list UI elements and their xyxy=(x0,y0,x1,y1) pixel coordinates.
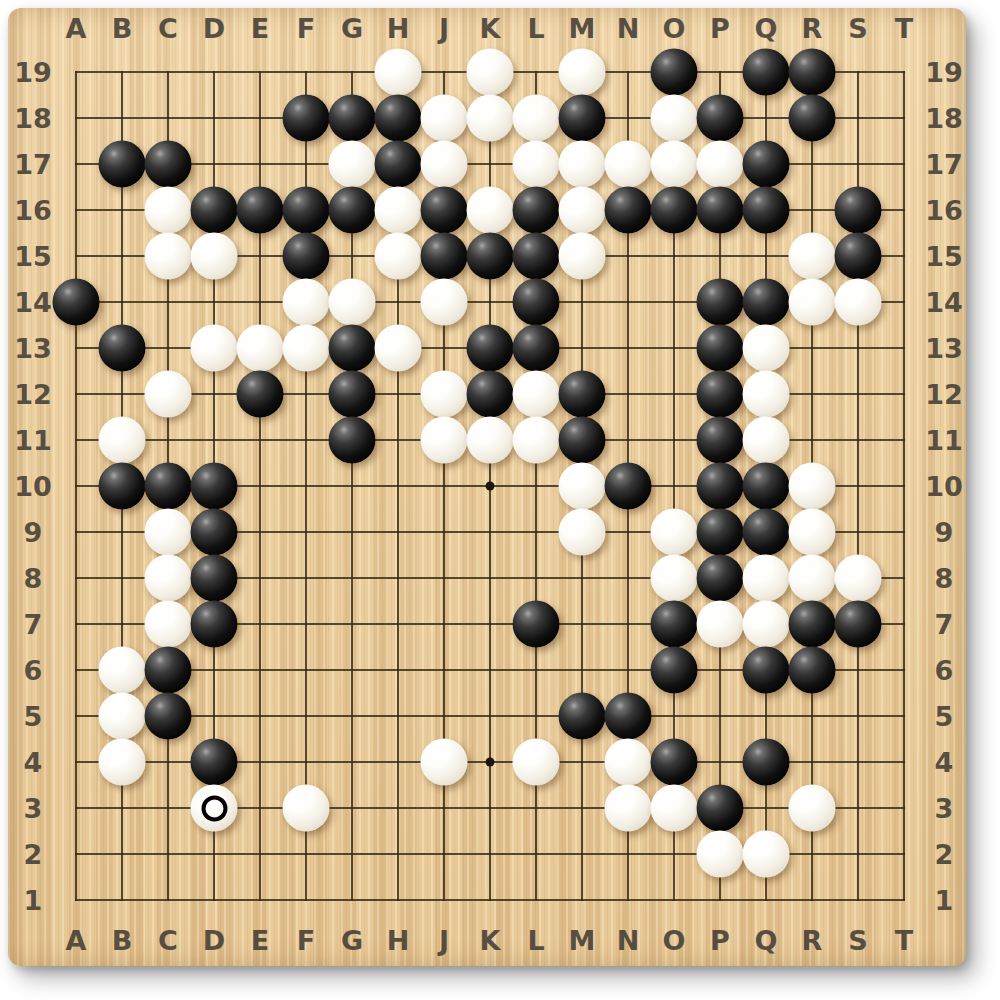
white-stone[interactable] xyxy=(697,601,744,648)
white-stone[interactable] xyxy=(605,785,652,832)
black-stone[interactable] xyxy=(789,49,836,96)
column-label-bottom: K xyxy=(480,925,501,956)
black-stone[interactable] xyxy=(513,279,560,326)
black-stone[interactable] xyxy=(145,693,192,740)
black-stone[interactable] xyxy=(421,187,468,234)
black-stone[interactable] xyxy=(329,95,376,142)
column-label-bottom: H xyxy=(387,925,410,956)
black-stone[interactable] xyxy=(697,95,744,142)
column-label-bottom: N xyxy=(617,925,640,956)
row-label-left: 3 xyxy=(24,793,43,824)
black-stone[interactable] xyxy=(697,509,744,556)
white-stone[interactable] xyxy=(145,601,192,648)
star-point xyxy=(486,758,495,767)
white-stone[interactable] xyxy=(375,49,422,96)
black-stone[interactable] xyxy=(743,49,790,96)
row-label-left: 1 xyxy=(24,885,43,916)
row-label-left: 2 xyxy=(24,839,43,870)
white-stone[interactable] xyxy=(605,739,652,786)
column-label-top: J xyxy=(439,13,449,44)
row-label-left: 13 xyxy=(14,333,52,364)
black-stone[interactable] xyxy=(697,417,744,464)
white-stone[interactable] xyxy=(513,371,560,418)
white-stone[interactable] xyxy=(835,555,882,602)
row-label-right: 9 xyxy=(935,517,954,548)
white-stone[interactable] xyxy=(99,739,146,786)
black-stone[interactable] xyxy=(145,647,192,694)
column-label-bottom: M xyxy=(569,925,596,956)
black-stone[interactable] xyxy=(191,463,238,510)
black-stone[interactable] xyxy=(467,233,514,280)
black-stone[interactable] xyxy=(99,463,146,510)
black-stone[interactable] xyxy=(237,187,284,234)
white-stone[interactable] xyxy=(559,141,606,188)
white-stone[interactable] xyxy=(99,417,146,464)
white-stone[interactable] xyxy=(191,785,238,832)
row-label-right: 18 xyxy=(925,103,963,134)
white-stone[interactable] xyxy=(789,279,836,326)
row-label-right: 15 xyxy=(925,241,963,272)
black-stone[interactable] xyxy=(835,233,882,280)
column-label-bottom: F xyxy=(297,925,315,956)
row-label-left: 19 xyxy=(14,57,52,88)
row-label-right: 13 xyxy=(925,333,963,364)
white-stone[interactable] xyxy=(375,187,422,234)
column-label-top: Q xyxy=(755,13,778,44)
black-stone[interactable] xyxy=(145,141,192,188)
column-label-bottom: B xyxy=(112,925,133,956)
row-label-left: 17 xyxy=(14,149,52,180)
white-stone[interactable] xyxy=(283,279,330,326)
column-label-bottom: D xyxy=(203,925,225,956)
black-stone[interactable] xyxy=(191,601,238,648)
white-stone[interactable] xyxy=(651,141,698,188)
white-stone[interactable] xyxy=(467,95,514,142)
row-label-left: 6 xyxy=(24,655,43,686)
black-stone[interactable] xyxy=(743,739,790,786)
black-stone[interactable] xyxy=(375,141,422,188)
grid-line-horizontal xyxy=(75,899,905,901)
row-label-left: 11 xyxy=(14,425,52,456)
white-stone[interactable] xyxy=(191,233,238,280)
white-stone[interactable] xyxy=(467,49,514,96)
row-label-left: 5 xyxy=(24,701,43,732)
white-stone[interactable] xyxy=(145,371,192,418)
column-label-top: D xyxy=(203,13,225,44)
row-label-left: 9 xyxy=(24,517,43,548)
white-stone[interactable] xyxy=(375,233,422,280)
column-label-bottom: Q xyxy=(755,925,778,956)
column-label-bottom: C xyxy=(158,925,178,956)
black-stone[interactable] xyxy=(99,325,146,372)
white-stone[interactable] xyxy=(697,141,744,188)
black-stone[interactable] xyxy=(53,279,100,326)
white-stone[interactable] xyxy=(559,233,606,280)
column-label-top: K xyxy=(480,13,501,44)
column-label-bottom: A xyxy=(66,925,87,956)
black-stone[interactable] xyxy=(651,647,698,694)
white-stone[interactable] xyxy=(651,95,698,142)
white-stone[interactable] xyxy=(789,509,836,556)
black-stone[interactable] xyxy=(559,95,606,142)
black-stone[interactable] xyxy=(329,417,376,464)
black-stone[interactable] xyxy=(283,95,330,142)
black-stone[interactable] xyxy=(789,647,836,694)
black-stone[interactable] xyxy=(789,601,836,648)
column-label-top: E xyxy=(251,13,269,44)
row-label-left: 18 xyxy=(14,103,52,134)
column-label-top: L xyxy=(527,13,544,44)
white-stone[interactable] xyxy=(421,95,468,142)
row-label-right: 5 xyxy=(935,701,954,732)
row-label-right: 8 xyxy=(935,563,954,594)
column-label-bottom: T xyxy=(895,925,913,956)
black-stone[interactable] xyxy=(651,601,698,648)
black-stone[interactable] xyxy=(651,49,698,96)
white-stone[interactable] xyxy=(789,463,836,510)
white-stone[interactable] xyxy=(559,509,606,556)
black-stone[interactable] xyxy=(651,187,698,234)
white-stone[interactable] xyxy=(145,509,192,556)
white-stone[interactable] xyxy=(421,739,468,786)
black-stone[interactable] xyxy=(743,187,790,234)
white-stone[interactable] xyxy=(697,831,744,878)
black-stone[interactable] xyxy=(605,693,652,740)
black-stone[interactable] xyxy=(605,463,652,510)
white-stone[interactable] xyxy=(237,325,284,372)
white-stone[interactable] xyxy=(743,417,790,464)
row-label-right: 17 xyxy=(925,149,963,180)
star-point xyxy=(486,482,495,491)
black-stone[interactable] xyxy=(513,233,560,280)
column-label-bottom: J xyxy=(439,925,449,956)
row-label-right: 3 xyxy=(935,793,954,824)
white-stone[interactable] xyxy=(651,509,698,556)
column-label-top: M xyxy=(569,13,596,44)
column-label-top: A xyxy=(66,13,87,44)
white-stone[interactable] xyxy=(421,279,468,326)
white-stone[interactable] xyxy=(743,601,790,648)
black-stone[interactable] xyxy=(743,141,790,188)
black-stone[interactable] xyxy=(697,555,744,602)
white-stone[interactable] xyxy=(283,325,330,372)
column-label-top: N xyxy=(617,13,640,44)
black-stone[interactable] xyxy=(237,371,284,418)
black-stone[interactable] xyxy=(191,187,238,234)
column-label-top: P xyxy=(710,13,730,44)
row-label-right: 6 xyxy=(935,655,954,686)
black-stone[interactable] xyxy=(191,509,238,556)
column-label-top: H xyxy=(387,13,410,44)
black-stone[interactable] xyxy=(99,141,146,188)
black-stone[interactable] xyxy=(421,233,468,280)
row-label-right: 14 xyxy=(925,287,963,318)
black-stone[interactable] xyxy=(789,95,836,142)
black-stone[interactable] xyxy=(559,371,606,418)
white-stone[interactable] xyxy=(421,141,468,188)
grid-line-vertical xyxy=(903,71,905,901)
column-label-top: C xyxy=(158,13,178,44)
white-stone[interactable] xyxy=(283,785,330,832)
black-stone[interactable] xyxy=(329,187,376,234)
black-stone[interactable] xyxy=(329,371,376,418)
black-stone[interactable] xyxy=(283,187,330,234)
black-stone[interactable] xyxy=(191,555,238,602)
white-stone[interactable] xyxy=(513,739,560,786)
white-stone[interactable] xyxy=(559,463,606,510)
white-stone[interactable] xyxy=(743,555,790,602)
column-label-top: G xyxy=(341,13,363,44)
white-stone[interactable] xyxy=(835,279,882,326)
column-label-top: F xyxy=(297,13,315,44)
black-stone[interactable] xyxy=(697,371,744,418)
page: AABBCCDDEEFFGGHHJJKKLLMMNNOOPPQQRRSSTT19… xyxy=(0,0,1000,1000)
black-stone[interactable] xyxy=(467,371,514,418)
row-label-right: 2 xyxy=(935,839,954,870)
white-stone[interactable] xyxy=(743,325,790,372)
row-label-left: 15 xyxy=(14,241,52,272)
white-stone[interactable] xyxy=(789,785,836,832)
white-stone[interactable] xyxy=(743,371,790,418)
column-label-top: B xyxy=(112,13,133,44)
white-stone[interactable] xyxy=(329,279,376,326)
row-label-right: 12 xyxy=(925,379,963,410)
black-stone[interactable] xyxy=(605,187,652,234)
black-stone[interactable] xyxy=(697,279,744,326)
row-label-left: 16 xyxy=(14,195,52,226)
black-stone[interactable] xyxy=(329,325,376,372)
black-stone[interactable] xyxy=(513,601,560,648)
black-stone[interactable] xyxy=(743,279,790,326)
row-label-left: 4 xyxy=(24,747,43,778)
black-stone[interactable] xyxy=(513,325,560,372)
row-label-right: 4 xyxy=(935,747,954,778)
black-stone[interactable] xyxy=(467,325,514,372)
white-stone[interactable] xyxy=(743,831,790,878)
black-stone[interactable] xyxy=(697,325,744,372)
black-stone[interactable] xyxy=(697,187,744,234)
black-stone[interactable] xyxy=(835,187,882,234)
black-stone[interactable] xyxy=(697,463,744,510)
column-label-bottom: P xyxy=(710,925,730,956)
column-label-top: O xyxy=(663,13,686,44)
white-stone[interactable] xyxy=(99,647,146,694)
white-stone[interactable] xyxy=(145,187,192,234)
row-label-right: 16 xyxy=(925,195,963,226)
white-stone[interactable] xyxy=(145,233,192,280)
white-stone[interactable] xyxy=(559,187,606,234)
white-stone[interactable] xyxy=(559,49,606,96)
row-label-right: 7 xyxy=(935,609,954,640)
black-stone[interactable] xyxy=(283,233,330,280)
white-stone[interactable] xyxy=(329,141,376,188)
row-label-left: 14 xyxy=(14,287,52,318)
go-board[interactable]: AABBCCDDEEFFGGHHJJKKLLMMNNOOPPQQRRSSTT19… xyxy=(8,8,966,966)
column-label-bottom: L xyxy=(527,925,544,956)
black-stone[interactable] xyxy=(743,647,790,694)
white-stone[interactable] xyxy=(513,95,560,142)
black-stone[interactable] xyxy=(743,463,790,510)
black-stone[interactable] xyxy=(651,739,698,786)
row-label-left: 10 xyxy=(14,471,52,502)
white-stone[interactable] xyxy=(421,371,468,418)
black-stone[interactable] xyxy=(697,785,744,832)
black-stone[interactable] xyxy=(191,739,238,786)
row-label-left: 12 xyxy=(14,379,52,410)
column-label-bottom: R xyxy=(802,925,823,956)
black-stone[interactable] xyxy=(835,601,882,648)
column-label-top: T xyxy=(895,13,913,44)
row-label-left: 8 xyxy=(24,563,43,594)
row-label-right: 19 xyxy=(925,57,963,88)
row-label-left: 7 xyxy=(24,609,43,640)
row-label-right: 11 xyxy=(925,425,963,456)
white-stone[interactable] xyxy=(513,141,560,188)
white-stone[interactable] xyxy=(99,693,146,740)
white-stone[interactable] xyxy=(789,233,836,280)
grid-line-horizontal xyxy=(75,715,905,717)
last-move-marker xyxy=(201,795,227,821)
black-stone[interactable] xyxy=(743,509,790,556)
white-stone[interactable] xyxy=(605,141,652,188)
column-label-bottom: S xyxy=(848,925,867,956)
black-stone[interactable] xyxy=(145,463,192,510)
column-label-bottom: O xyxy=(663,925,686,956)
column-label-top: S xyxy=(848,13,867,44)
black-stone[interactable] xyxy=(559,417,606,464)
white-stone[interactable] xyxy=(421,417,468,464)
white-stone[interactable] xyxy=(467,417,514,464)
row-label-right: 1 xyxy=(935,885,954,916)
column-label-bottom: G xyxy=(341,925,363,956)
black-stone[interactable] xyxy=(375,95,422,142)
white-stone[interactable] xyxy=(145,555,192,602)
white-stone[interactable] xyxy=(191,325,238,372)
column-label-top: R xyxy=(802,13,823,44)
black-stone[interactable] xyxy=(513,187,560,234)
white-stone[interactable] xyxy=(467,187,514,234)
white-stone[interactable] xyxy=(651,555,698,602)
white-stone[interactable] xyxy=(375,325,422,372)
white-stone[interactable] xyxy=(513,417,560,464)
row-label-right: 10 xyxy=(925,471,963,502)
white-stone[interactable] xyxy=(789,555,836,602)
black-stone[interactable] xyxy=(559,693,606,740)
column-label-bottom: E xyxy=(251,925,269,956)
white-stone[interactable] xyxy=(651,785,698,832)
